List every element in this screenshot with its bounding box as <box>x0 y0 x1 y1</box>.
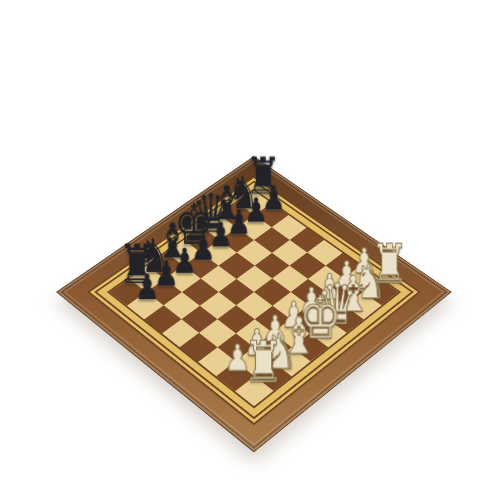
white-rook-h1[interactable]: ♜ <box>243 334 265 391</box>
board-scene: ♜♞♝♚♛♝♞♜♟♟♟♟♟♟♟♟♟♟♟♟♟♟♟♟♜♞♝♚♛♝♞♜ <box>114 152 394 432</box>
chess-board: ♜♞♝♚♛♝♞♜♟♟♟♟♟♟♟♟♟♟♟♟♟♟♟♟♜♞♝♚♛♝♞♜ <box>56 156 452 452</box>
black-pawn-h7[interactable]: ♟ <box>135 270 156 305</box>
photo-canvas: ♜♞♝♚♛♝♞♜♟♟♟♟♟♟♟♟♟♟♟♟♟♟♟♟♜♞♝♚♛♝♞♜ <box>0 0 500 500</box>
